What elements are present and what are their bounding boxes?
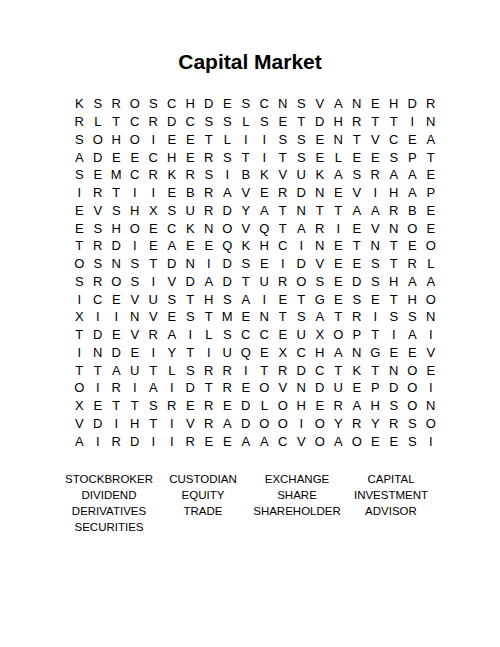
grid-cell[interactable]: D — [126, 432, 145, 450]
grid-cell[interactable]: U — [181, 202, 200, 220]
grid-cell[interactable]: E — [385, 344, 404, 362]
grid-cell[interactable]: V — [292, 432, 311, 450]
grid-cell[interactable]: N — [311, 237, 330, 255]
grid-cell[interactable]: R — [274, 273, 293, 291]
grid-cell[interactable]: S — [218, 148, 237, 166]
grid-cell[interactable]: U — [126, 361, 145, 379]
grid-cell[interactable]: A — [403, 273, 422, 291]
grid-cell[interactable]: N — [311, 184, 330, 202]
grid-cell[interactable]: O — [255, 379, 274, 397]
grid-cell[interactable]: T — [144, 361, 163, 379]
grid-cell[interactable]: O — [70, 379, 89, 397]
grid-cell[interactable]: L — [255, 397, 274, 415]
grid-cell[interactable]: R — [163, 397, 182, 415]
grid-cell[interactable]: B — [181, 184, 200, 202]
grid-cell[interactable]: N — [89, 344, 108, 362]
grid-cell[interactable]: S — [200, 166, 219, 184]
grid-cell[interactable]: O — [403, 219, 422, 237]
grid-cell[interactable]: E — [422, 166, 441, 184]
grid-cell[interactable]: K — [70, 95, 89, 113]
grid-cell[interactable]: T — [255, 361, 274, 379]
grid-cell[interactable]: T — [366, 326, 385, 344]
grid-cell[interactable]: S — [311, 273, 330, 291]
grid-cell[interactable]: C — [255, 95, 274, 113]
grid-cell[interactable]: V — [144, 308, 163, 326]
grid-cell[interactable]: T — [311, 202, 330, 220]
grid-cell[interactable]: E — [89, 397, 108, 415]
grid-cell[interactable]: E — [274, 290, 293, 308]
grid-cell[interactable]: D — [181, 273, 200, 291]
grid-cell[interactable]: A — [329, 344, 348, 362]
grid-cell[interactable]: C — [144, 148, 163, 166]
grid-cell[interactable]: T — [274, 202, 293, 220]
grid-cell[interactable]: P — [403, 148, 422, 166]
grid-cell[interactable]: A — [422, 131, 441, 149]
grid-cell[interactable]: A — [366, 202, 385, 220]
grid-cell[interactable]: D — [163, 113, 182, 131]
grid-cell[interactable]: E — [274, 326, 293, 344]
grid-cell[interactable]: D — [89, 148, 108, 166]
grid-cell[interactable]: V — [311, 255, 330, 273]
grid-cell[interactable]: R — [107, 379, 126, 397]
grid-cell[interactable]: N — [292, 202, 311, 220]
grid-cell[interactable]: A — [200, 273, 219, 291]
grid-cell[interactable]: H — [200, 290, 219, 308]
grid-cell[interactable]: S — [366, 273, 385, 291]
grid-cell[interactable]: D — [218, 202, 237, 220]
grid-cell[interactable]: B — [237, 166, 256, 184]
grid-cell[interactable]: C — [126, 113, 145, 131]
grid-cell[interactable]: X — [70, 397, 89, 415]
grid-cell[interactable]: H — [126, 202, 145, 220]
grid-cell[interactable]: A — [403, 166, 422, 184]
grid-cell[interactable]: H — [107, 131, 126, 149]
grid-cell[interactable]: N — [348, 95, 367, 113]
grid-cell[interactable]: O — [126, 95, 145, 113]
grid-cell[interactable]: U — [329, 379, 348, 397]
grid-cell[interactable]: E — [403, 131, 422, 149]
grid-cell[interactable]: R — [329, 397, 348, 415]
grid-cell[interactable]: N — [181, 255, 200, 273]
grid-cell[interactable]: S — [218, 326, 237, 344]
grid-cell[interactable]: D — [292, 255, 311, 273]
grid-cell[interactable]: E — [311, 397, 330, 415]
grid-cell[interactable]: R — [274, 361, 293, 379]
grid-cell[interactable]: T — [348, 131, 367, 149]
grid-cell[interactable]: A — [70, 148, 89, 166]
grid-cell[interactable]: E — [366, 95, 385, 113]
grid-cell[interactable]: S — [403, 308, 422, 326]
grid-cell[interactable]: E — [163, 308, 182, 326]
grid-cell[interactable]: S — [107, 202, 126, 220]
grid-cell[interactable]: T — [144, 415, 163, 433]
grid-cell[interactable]: H — [181, 95, 200, 113]
grid-cell[interactable]: I — [422, 326, 441, 344]
grid-cell[interactable]: O — [311, 432, 330, 450]
grid-cell[interactable]: S — [181, 361, 200, 379]
grid-cell[interactable]: R — [385, 415, 404, 433]
grid-cell[interactable]: L — [422, 255, 441, 273]
grid-cell[interactable]: E — [329, 290, 348, 308]
grid-cell[interactable]: D — [311, 113, 330, 131]
grid-cell[interactable]: T — [70, 237, 89, 255]
grid-cell[interactable]: P — [422, 184, 441, 202]
grid-cell[interactable]: R — [200, 361, 219, 379]
grid-cell[interactable]: H — [385, 184, 404, 202]
grid-cell[interactable]: O — [89, 131, 108, 149]
grid-cell[interactable]: C — [89, 290, 108, 308]
grid-cell[interactable]: S — [70, 273, 89, 291]
grid-cell[interactable]: M — [218, 308, 237, 326]
grid-cell[interactable]: S — [348, 166, 367, 184]
grid-cell[interactable]: S — [89, 219, 108, 237]
grid-cell[interactable]: H — [366, 397, 385, 415]
grid-cell[interactable]: T — [237, 148, 256, 166]
grid-cell[interactable]: E — [181, 237, 200, 255]
grid-cell[interactable]: S — [385, 308, 404, 326]
grid-cell[interactable]: S — [292, 308, 311, 326]
grid-cell[interactable]: E — [366, 290, 385, 308]
grid-cell[interactable]: Q — [255, 219, 274, 237]
grid-cell[interactable]: D — [292, 184, 311, 202]
grid-cell[interactable]: O — [403, 361, 422, 379]
grid-cell[interactable]: T — [385, 290, 404, 308]
grid-cell[interactable]: S — [126, 255, 145, 273]
grid-cell[interactable]: T — [200, 308, 219, 326]
grid-cell[interactable]: I — [144, 131, 163, 149]
grid-cell[interactable]: T — [422, 148, 441, 166]
grid-cell[interactable]: Y — [366, 415, 385, 433]
grid-cell[interactable]: L — [163, 361, 182, 379]
grid-cell[interactable]: S — [403, 415, 422, 433]
grid-cell[interactable]: R — [311, 219, 330, 237]
grid-cell[interactable]: T — [237, 273, 256, 291]
grid-cell[interactable]: V — [237, 184, 256, 202]
grid-cell[interactable]: S — [348, 290, 367, 308]
grid-cell[interactable]: A — [255, 202, 274, 220]
grid-cell[interactable]: T — [181, 290, 200, 308]
grid-cell[interactable]: O — [274, 397, 293, 415]
grid-cell[interactable]: R — [144, 166, 163, 184]
grid-cell[interactable]: T — [329, 308, 348, 326]
grid-cell[interactable]: C — [255, 326, 274, 344]
grid-cell[interactable]: S — [292, 95, 311, 113]
grid-cell[interactable]: I — [107, 308, 126, 326]
grid-cell[interactable]: S — [403, 432, 422, 450]
grid-cell[interactable]: I — [163, 415, 182, 433]
grid-cell[interactable]: K — [237, 237, 256, 255]
grid-cell[interactable]: I — [366, 184, 385, 202]
grid-cell[interactable]: E — [348, 255, 367, 273]
grid-cell[interactable]: E — [403, 237, 422, 255]
grid-cell[interactable]: S — [218, 290, 237, 308]
grid-cell[interactable]: U — [255, 273, 274, 291]
grid-cell[interactable]: O — [403, 397, 422, 415]
grid-cell[interactable]: C — [274, 432, 293, 450]
grid-cell[interactable]: E — [255, 344, 274, 362]
grid-cell[interactable]: A — [107, 361, 126, 379]
grid-cell[interactable]: N — [126, 308, 145, 326]
grid-cell[interactable]: R — [348, 415, 367, 433]
grid-cell[interactable]: S — [292, 131, 311, 149]
grid-cell[interactable]: A — [218, 415, 237, 433]
grid-cell[interactable]: S — [70, 131, 89, 149]
grid-cell[interactable]: N — [292, 379, 311, 397]
grid-cell[interactable]: C — [292, 344, 311, 362]
grid-cell[interactable]: E — [181, 397, 200, 415]
grid-cell[interactable]: E — [348, 379, 367, 397]
grid-cell[interactable]: D — [403, 95, 422, 113]
grid-cell[interactable]: T — [107, 397, 126, 415]
grid-cell[interactable]: A — [163, 237, 182, 255]
grid-cell[interactable]: V — [274, 379, 293, 397]
grid-cell[interactable]: R — [200, 202, 219, 220]
grid-cell[interactable]: E — [163, 131, 182, 149]
grid-cell[interactable]: E — [89, 166, 108, 184]
grid-cell[interactable]: H — [292, 397, 311, 415]
grid-cell[interactable]: V — [126, 290, 145, 308]
grid-cell[interactable]: R — [107, 95, 126, 113]
grid-cell[interactable]: E — [218, 397, 237, 415]
grid-cell[interactable]: H — [163, 148, 182, 166]
grid-cell[interactable]: I — [422, 432, 441, 450]
grid-cell[interactable]: I — [144, 184, 163, 202]
grid-cell[interactable]: E — [329, 273, 348, 291]
grid-cell[interactable]: C — [181, 113, 200, 131]
grid-cell[interactable]: R — [403, 255, 422, 273]
grid-cell[interactable]: K — [311, 166, 330, 184]
grid-cell[interactable]: T — [200, 379, 219, 397]
grid-cell[interactable]: E — [255, 255, 274, 273]
grid-cell[interactable]: E — [181, 131, 200, 149]
grid-cell[interactable]: H — [385, 273, 404, 291]
grid-cell[interactable]: E — [107, 326, 126, 344]
grid-cell[interactable]: R — [107, 432, 126, 450]
grid-cell[interactable]: D — [311, 379, 330, 397]
grid-cell[interactable]: A — [70, 432, 89, 450]
grid-cell[interactable]: T — [274, 148, 293, 166]
grid-cell[interactable]: S — [89, 95, 108, 113]
grid-cell[interactable]: V — [366, 131, 385, 149]
grid-cell[interactable]: I — [144, 273, 163, 291]
grid-cell[interactable]: P — [348, 326, 367, 344]
grid-cell[interactable]: V — [126, 326, 145, 344]
grid-cell[interactable]: R — [89, 184, 108, 202]
grid-cell[interactable]: E — [181, 148, 200, 166]
grid-cell[interactable]: N — [385, 361, 404, 379]
grid-cell[interactable]: I — [70, 184, 89, 202]
grid-cell[interactable]: V — [181, 415, 200, 433]
grid-cell[interactable]: D — [348, 273, 367, 291]
grid-cell[interactable]: E — [348, 219, 367, 237]
grid-cell[interactable]: E — [237, 308, 256, 326]
grid-cell[interactable]: E — [329, 237, 348, 255]
grid-cell[interactable]: R — [144, 326, 163, 344]
grid-cell[interactable]: N — [385, 219, 404, 237]
grid-cell[interactable]: O — [126, 131, 145, 149]
grid-cell[interactable]: O — [422, 290, 441, 308]
grid-cell[interactable]: I — [181, 326, 200, 344]
grid-cell[interactable]: O — [348, 432, 367, 450]
grid-cell[interactable]: A — [237, 432, 256, 450]
grid-cell[interactable]: T — [329, 361, 348, 379]
grid-cell[interactable]: T — [348, 237, 367, 255]
grid-cell[interactable]: T — [385, 113, 404, 131]
grid-cell[interactable]: N — [348, 344, 367, 362]
grid-cell[interactable]: I — [218, 166, 237, 184]
grid-cell[interactable]: O — [311, 415, 330, 433]
grid-cell[interactable]: N — [200, 219, 219, 237]
grid-cell[interactable]: T — [107, 184, 126, 202]
grid-cell[interactable]: T — [274, 308, 293, 326]
grid-cell[interactable]: R — [422, 95, 441, 113]
grid-cell[interactable]: D — [181, 379, 200, 397]
grid-cell[interactable]: O — [422, 415, 441, 433]
grid-cell[interactable]: H — [403, 290, 422, 308]
grid-cell[interactable]: I — [422, 379, 441, 397]
grid-cell[interactable]: T — [200, 131, 219, 149]
grid-cell[interactable]: E — [107, 148, 126, 166]
grid-cell[interactable]: S — [126, 273, 145, 291]
grid-cell[interactable]: E — [70, 202, 89, 220]
grid-cell[interactable]: R — [181, 166, 200, 184]
grid-cell[interactable]: I — [292, 415, 311, 433]
grid-cell[interactable]: O — [274, 415, 293, 433]
grid-cell[interactable]: Q — [218, 237, 237, 255]
grid-cell[interactable]: C — [385, 131, 404, 149]
grid-cell[interactable]: D — [200, 95, 219, 113]
grid-cell[interactable]: I — [89, 308, 108, 326]
grid-cell[interactable]: E — [200, 237, 219, 255]
grid-cell[interactable]: N — [366, 237, 385, 255]
grid-cell[interactable]: D — [218, 255, 237, 273]
grid-cell[interactable]: E — [274, 113, 293, 131]
grid-cell[interactable]: S — [89, 255, 108, 273]
grid-cell[interactable]: O — [422, 237, 441, 255]
grid-cell[interactable]: E — [200, 432, 219, 450]
grid-cell[interactable]: I — [329, 219, 348, 237]
grid-cell[interactable]: L — [200, 326, 219, 344]
grid-cell[interactable]: E — [329, 255, 348, 273]
grid-cell[interactable]: O — [403, 379, 422, 397]
grid-cell[interactable]: I — [163, 379, 182, 397]
grid-cell[interactable]: O — [292, 273, 311, 291]
grid-cell[interactable]: K — [348, 361, 367, 379]
grid-cell[interactable]: K — [255, 166, 274, 184]
grid-cell[interactable]: A — [292, 219, 311, 237]
grid-cell[interactable]: V — [274, 166, 293, 184]
grid-cell[interactable]: C — [274, 237, 293, 255]
grid-cell[interactable]: E — [144, 219, 163, 237]
grid-cell[interactable]: I — [144, 344, 163, 362]
grid-cell[interactable]: X — [274, 344, 293, 362]
grid-cell[interactable]: R — [70, 113, 89, 131]
grid-cell[interactable]: N — [255, 308, 274, 326]
grid-cell[interactable]: K — [181, 219, 200, 237]
grid-cell[interactable]: I — [200, 255, 219, 273]
grid-cell[interactable]: R — [385, 202, 404, 220]
grid-cell[interactable]: Y — [237, 202, 256, 220]
grid-cell[interactable]: R — [200, 397, 219, 415]
grid-cell[interactable]: E — [348, 148, 367, 166]
grid-cell[interactable]: R — [366, 166, 385, 184]
grid-cell[interactable]: S — [237, 95, 256, 113]
grid-cell[interactable]: V — [311, 95, 330, 113]
grid-cell[interactable]: I — [163, 432, 182, 450]
grid-cell[interactable]: E — [237, 379, 256, 397]
grid-cell[interactable]: T — [126, 397, 145, 415]
grid-cell[interactable]: Y — [163, 344, 182, 362]
grid-cell[interactable]: I — [255, 290, 274, 308]
grid-cell[interactable]: T — [274, 219, 293, 237]
grid-cell[interactable]: R — [200, 184, 219, 202]
grid-cell[interactable]: D — [218, 273, 237, 291]
grid-cell[interactable]: I — [366, 308, 385, 326]
grid-cell[interactable]: V — [237, 219, 256, 237]
grid-cell[interactable]: Y — [329, 415, 348, 433]
grid-cell[interactable]: E — [311, 148, 330, 166]
grid-cell[interactable]: I — [126, 237, 145, 255]
grid-cell[interactable]: T — [70, 326, 89, 344]
grid-cell[interactable]: R — [200, 415, 219, 433]
grid-cell[interactable]: V — [422, 344, 441, 362]
grid-cell[interactable]: E — [403, 344, 422, 362]
grid-cell[interactable]: D — [107, 344, 126, 362]
grid-cell[interactable]: T — [385, 255, 404, 273]
grid-cell[interactable]: E — [107, 290, 126, 308]
grid-cell[interactable]: C — [163, 95, 182, 113]
grid-cell[interactable]: H — [311, 344, 330, 362]
grid-cell[interactable]: D — [237, 397, 256, 415]
grid-cell[interactable]: T — [70, 361, 89, 379]
grid-cell[interactable]: L — [237, 113, 256, 131]
grid-cell[interactable]: H — [385, 95, 404, 113]
grid-cell[interactable]: N — [422, 397, 441, 415]
grid-cell[interactable]: S — [163, 290, 182, 308]
grid-cell[interactable]: T — [181, 344, 200, 362]
grid-cell[interactable]: E — [329, 184, 348, 202]
grid-cell[interactable]: D — [237, 415, 256, 433]
grid-cell[interactable]: G — [311, 290, 330, 308]
grid-cell[interactable]: I — [237, 131, 256, 149]
grid-cell[interactable]: S — [366, 255, 385, 273]
grid-cell[interactable]: T — [292, 290, 311, 308]
grid-cell[interactable]: S — [237, 255, 256, 273]
grid-cell[interactable]: H — [126, 415, 145, 433]
grid-cell[interactable]: O — [107, 273, 126, 291]
grid-cell[interactable]: U — [218, 344, 237, 362]
grid-cell[interactable]: D — [89, 415, 108, 433]
grid-cell[interactable]: A — [163, 326, 182, 344]
grid-cell[interactable]: E — [163, 184, 182, 202]
grid-cell[interactable]: T — [144, 255, 163, 273]
grid-cell[interactable]: S — [218, 113, 237, 131]
grid-cell[interactable]: V — [70, 415, 89, 433]
grid-cell[interactable]: A — [403, 184, 422, 202]
grid-cell[interactable]: X — [70, 308, 89, 326]
grid-cell[interactable]: R — [218, 379, 237, 397]
grid-cell[interactable]: T — [385, 237, 404, 255]
grid-cell[interactable]: R — [144, 113, 163, 131]
grid-cell[interactable]: A — [403, 326, 422, 344]
grid-cell[interactable]: S — [70, 166, 89, 184]
grid-cell[interactable]: E — [126, 148, 145, 166]
grid-cell[interactable]: O — [329, 326, 348, 344]
grid-cell[interactable]: T — [89, 361, 108, 379]
grid-cell[interactable]: N — [274, 95, 293, 113]
grid-cell[interactable]: A — [237, 290, 256, 308]
grid-cell[interactable]: O — [126, 219, 145, 237]
